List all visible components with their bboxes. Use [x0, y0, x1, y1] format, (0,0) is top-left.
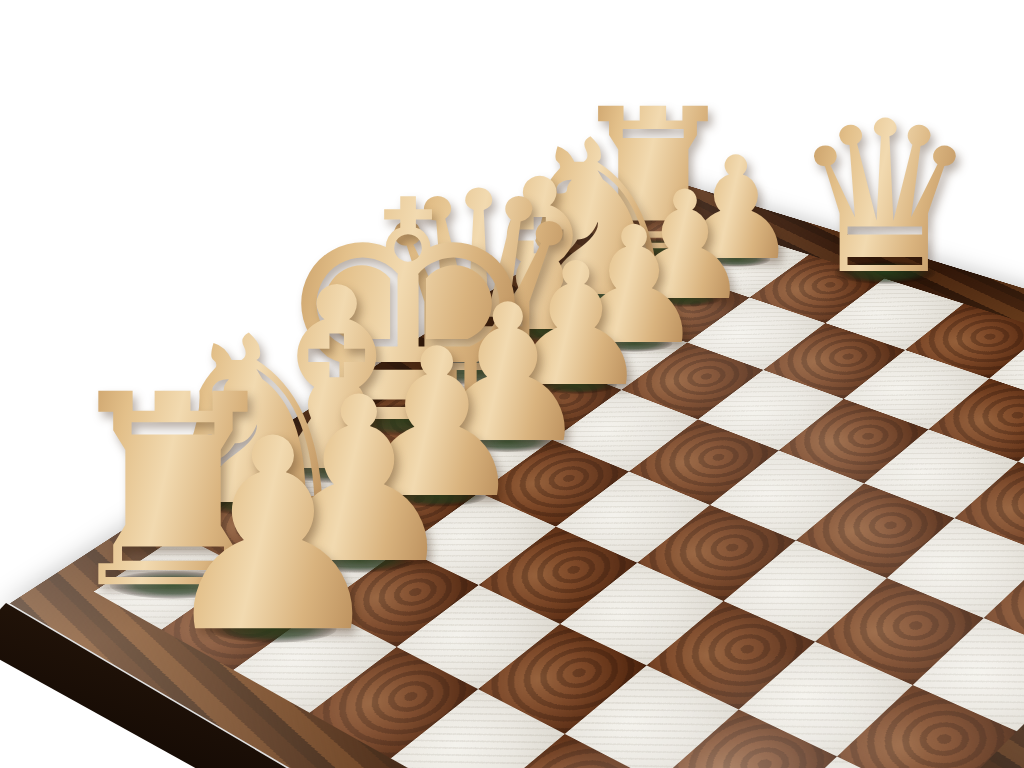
product-photo-scene: ♜♞♝♚♛♝♞♜♟♟♟♟♟♟♟♟♛: [0, 0, 1024, 768]
chess-board: [10, 178, 1024, 768]
board-squares-grid: [94, 210, 1024, 768]
